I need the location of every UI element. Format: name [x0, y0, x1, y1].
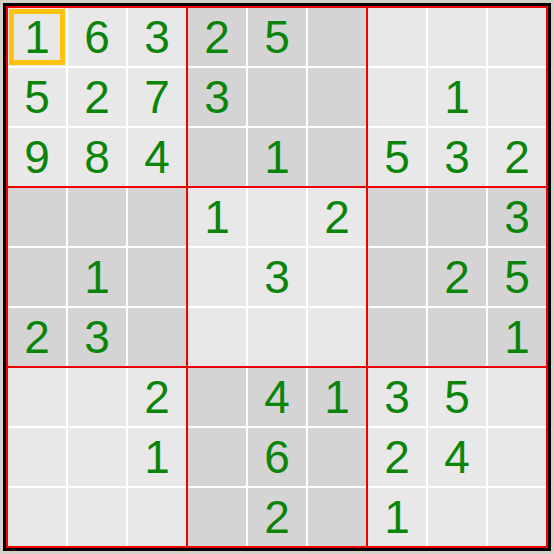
cell-r6c6[interactable] [308, 308, 366, 366]
cell-r4c1[interactable] [8, 188, 66, 246]
cell-r6c8[interactable] [428, 308, 486, 366]
cell-r5c7[interactable] [368, 248, 426, 306]
cell-r4c4[interactable]: 1 [188, 188, 246, 246]
cell-r2c4[interactable]: 3 [188, 68, 246, 126]
cell-r5c3[interactable] [128, 248, 186, 306]
cell-r4c2[interactable] [68, 188, 126, 246]
cell-r8c4[interactable] [188, 428, 246, 486]
cell-r1c7[interactable] [368, 8, 426, 66]
cell-r5c6[interactable] [308, 248, 366, 306]
cell-r1c4[interactable]: 2 [188, 8, 246, 66]
cell-r2c2[interactable]: 2 [68, 68, 126, 126]
cell-r4c5[interactable] [248, 188, 306, 246]
cell-r7c6[interactable]: 1 [308, 368, 366, 426]
cell-r4c9[interactable]: 3 [488, 188, 546, 246]
cell-r4c6[interactable]: 2 [308, 188, 366, 246]
cell-r8c3[interactable]: 1 [128, 428, 186, 486]
cell-r1c1[interactable]: 1 [8, 8, 66, 66]
cell-r1c3[interactable]: 3 [128, 8, 186, 66]
cell-r1c5[interactable]: 5 [248, 8, 306, 66]
cell-r3c2[interactable]: 8 [68, 128, 126, 186]
cell-r8c1[interactable] [8, 428, 66, 486]
cell-r1c2[interactable]: 6 [68, 8, 126, 66]
cell-r3c8[interactable]: 3 [428, 128, 486, 186]
cell-r5c8[interactable]: 2 [428, 248, 486, 306]
cell-r6c1[interactable]: 2 [8, 308, 66, 366]
cell-r9c6[interactable] [308, 488, 366, 546]
cell-r2c9[interactable] [488, 68, 546, 126]
cell-r2c7[interactable] [368, 68, 426, 126]
cell-r8c8[interactable]: 4 [428, 428, 486, 486]
cell-r2c1[interactable]: 5 [8, 68, 66, 126]
cell-r6c9[interactable]: 1 [488, 308, 546, 366]
cell-r1c8[interactable] [428, 8, 486, 66]
cell-r5c1[interactable] [8, 248, 66, 306]
cell-r3c4[interactable] [188, 128, 246, 186]
cell-r7c9[interactable] [488, 368, 546, 426]
cell-r6c3[interactable] [128, 308, 186, 366]
sudoku-page: 16325527319841532123132523124135162421 [0, 0, 554, 554]
cell-r1c6[interactable] [308, 8, 366, 66]
cell-r9c3[interactable] [128, 488, 186, 546]
cell-r3c7[interactable]: 5 [368, 128, 426, 186]
cell-r9c8[interactable] [428, 488, 486, 546]
cell-r3c3[interactable]: 4 [128, 128, 186, 186]
cell-r3c9[interactable]: 2 [488, 128, 546, 186]
cell-r6c2[interactable]: 3 [68, 308, 126, 366]
cell-r9c7[interactable]: 1 [368, 488, 426, 546]
cell-r8c2[interactable] [68, 428, 126, 486]
cell-r8c7[interactable]: 2 [368, 428, 426, 486]
cell-r5c5[interactable]: 3 [248, 248, 306, 306]
cell-r7c4[interactable] [188, 368, 246, 426]
cell-r1c9[interactable] [488, 8, 546, 66]
sudoku-grid: 16325527319841532123132523124135162421 [6, 6, 548, 548]
cell-r7c1[interactable] [8, 368, 66, 426]
cell-r7c7[interactable]: 3 [368, 368, 426, 426]
cell-r9c1[interactable] [8, 488, 66, 546]
board-frame: 16325527319841532123132523124135162421 [3, 3, 551, 551]
cell-r3c1[interactable]: 9 [8, 128, 66, 186]
cell-r2c8[interactable]: 1 [428, 68, 486, 126]
cell-r2c5[interactable] [248, 68, 306, 126]
cell-r9c4[interactable] [188, 488, 246, 546]
cell-r6c5[interactable] [248, 308, 306, 366]
cell-r3c6[interactable] [308, 128, 366, 186]
cell-r8c5[interactable]: 6 [248, 428, 306, 486]
cell-r7c5[interactable]: 4 [248, 368, 306, 426]
cell-r7c2[interactable] [68, 368, 126, 426]
cell-r4c8[interactable] [428, 188, 486, 246]
cell-r5c9[interactable]: 5 [488, 248, 546, 306]
cell-r9c5[interactable]: 2 [248, 488, 306, 546]
cell-r8c9[interactable] [488, 428, 546, 486]
cell-r2c3[interactable]: 7 [128, 68, 186, 126]
cell-r4c7[interactable] [368, 188, 426, 246]
cell-r9c9[interactable] [488, 488, 546, 546]
cell-r6c7[interactable] [368, 308, 426, 366]
cell-r4c3[interactable] [128, 188, 186, 246]
cell-r5c4[interactable] [188, 248, 246, 306]
cell-r2c6[interactable] [308, 68, 366, 126]
cell-r7c3[interactable]: 2 [128, 368, 186, 426]
cell-r6c4[interactable] [188, 308, 246, 366]
cell-r3c5[interactable]: 1 [248, 128, 306, 186]
cell-r7c8[interactable]: 5 [428, 368, 486, 426]
cell-r5c2[interactable]: 1 [68, 248, 126, 306]
cell-r9c2[interactable] [68, 488, 126, 546]
cell-r8c6[interactable] [308, 428, 366, 486]
